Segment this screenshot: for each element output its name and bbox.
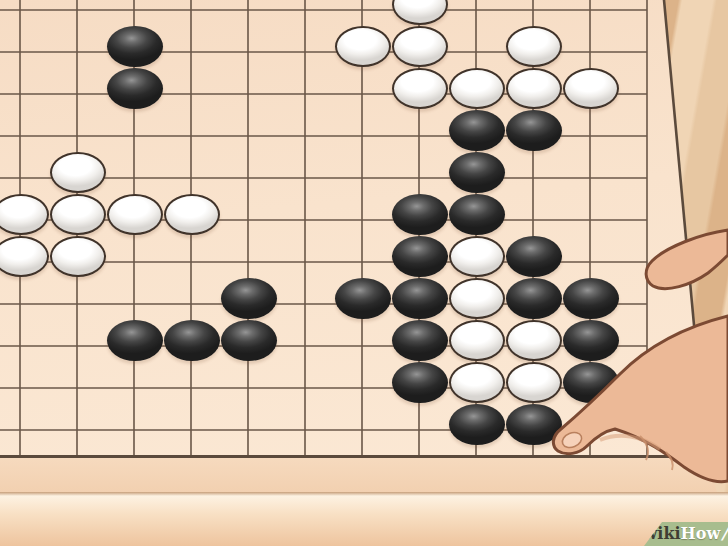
white-stone <box>506 362 562 403</box>
white-stone <box>449 68 505 109</box>
white-stone <box>449 236 505 277</box>
black-stone <box>563 278 619 319</box>
white-stone <box>506 68 562 109</box>
white-stone <box>506 26 562 67</box>
black-stone <box>392 362 448 403</box>
watermark-slash: / <box>721 522 727 546</box>
black-stone <box>563 320 619 361</box>
white-stone <box>0 236 49 277</box>
black-stone <box>506 278 562 319</box>
white-stone <box>392 68 448 109</box>
black-stone <box>221 278 277 319</box>
white-stone <box>506 320 562 361</box>
black-stone <box>392 278 448 319</box>
white-stone <box>392 0 448 25</box>
go-board <box>0 0 728 455</box>
white-stone <box>107 194 163 235</box>
black-stone <box>449 404 505 445</box>
white-stone <box>50 194 106 235</box>
white-stone <box>50 152 106 193</box>
black-stone <box>392 194 448 235</box>
board-front-edge <box>0 455 720 493</box>
stones-layer <box>0 0 676 445</box>
black-stone <box>563 362 619 403</box>
white-stone <box>449 278 505 319</box>
white-stone <box>563 68 619 109</box>
white-stone <box>164 194 220 235</box>
black-stone <box>392 236 448 277</box>
white-stone <box>449 320 505 361</box>
black-stone <box>449 110 505 151</box>
black-stone <box>221 320 277 361</box>
black-stone <box>506 236 562 277</box>
scene: wikiHow/ <box>0 0 728 546</box>
black-stone <box>506 110 562 151</box>
watermark-how: How <box>681 522 721 546</box>
black-stone <box>107 320 163 361</box>
white-stone <box>50 236 106 277</box>
white-stone <box>392 26 448 67</box>
black-stone <box>449 194 505 235</box>
black-stone <box>107 26 163 67</box>
white-stone <box>335 26 391 67</box>
black-stone <box>506 404 562 445</box>
black-stone <box>392 320 448 361</box>
table-surface <box>0 492 728 546</box>
white-stone <box>0 194 49 235</box>
black-stone <box>164 320 220 361</box>
black-stone <box>335 278 391 319</box>
white-stone <box>449 362 505 403</box>
black-stone <box>449 152 505 193</box>
black-stone <box>107 68 163 109</box>
